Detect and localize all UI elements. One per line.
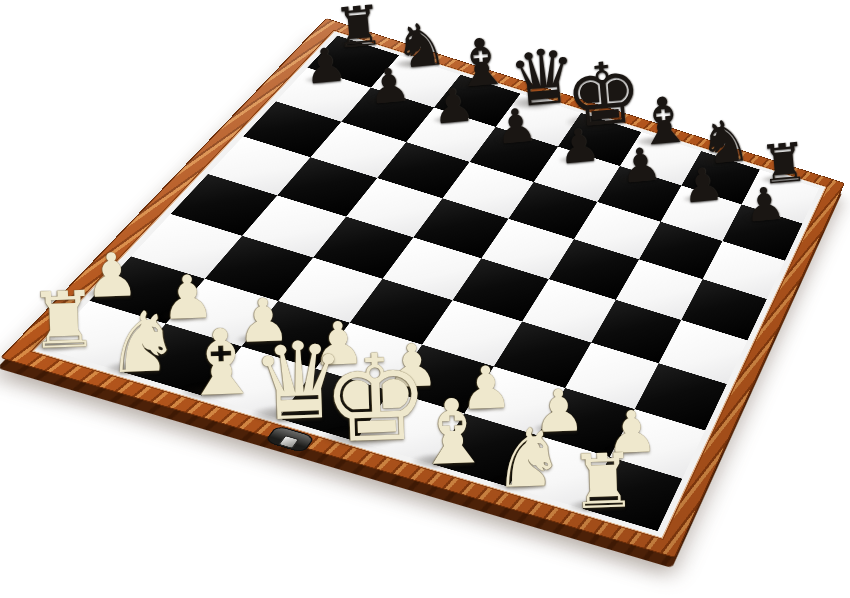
piece-black-pawn-f7[interactable]: ♟ (616, 141, 666, 191)
piece-white-bishop-f1[interactable]: ♝ (406, 386, 498, 478)
piece-white-rook-h1[interactable]: ♜ (565, 444, 642, 521)
piece-black-pawn-c7[interactable]: ♟ (428, 81, 478, 131)
piece-white-knight-g1[interactable]: ♞ (487, 416, 571, 500)
piece-white-rook-a1[interactable]: ♜ (24, 281, 104, 361)
chess-set-photo: ♜♞♝♛♚♝♞♜♟♟♟♟♟♟♟♟♟♟♟♟♟♟♟♟♜♞♝♛♚♝♞♜ (0, 0, 850, 598)
piece-black-pawn-e7[interactable]: ♟ (554, 121, 604, 171)
piece-black-pawn-d7[interactable]: ♟ (491, 101, 541, 151)
piece-black-pawn-g7[interactable]: ♟ (678, 161, 727, 210)
piece-white-knight-b1[interactable]: ♞ (100, 299, 186, 385)
piece-black-pawn-a7[interactable]: ♟ (300, 41, 351, 92)
piece-black-pawn-h7[interactable]: ♟ (740, 180, 789, 229)
piece-black-pawn-b7[interactable]: ♟ (364, 61, 415, 112)
